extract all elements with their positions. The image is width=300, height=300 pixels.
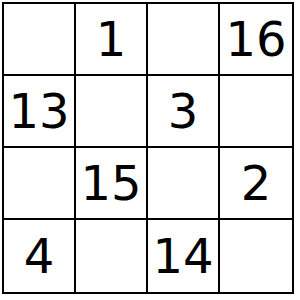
cell-r1c1[interactable]: [4, 4, 76, 76]
puzzle-board: 1 16 13 3 15 2 4 14: [2, 2, 294, 294]
cell-r4c1: 4: [4, 220, 76, 292]
cell-r4c2[interactable]: [76, 220, 148, 292]
cell-r3c1[interactable]: [4, 148, 76, 220]
cell-r3c3[interactable]: [148, 148, 220, 220]
cell-r2c2[interactable]: [76, 76, 148, 148]
cell-r4c4[interactable]: [220, 220, 292, 292]
cell-r2c1: 13: [4, 76, 76, 148]
cell-r3c2: 15: [76, 148, 148, 220]
cell-r2c3: 3: [148, 76, 220, 148]
cell-r3c4: 2: [220, 148, 292, 220]
cell-r1c4: 16: [220, 4, 292, 76]
cell-r2c4[interactable]: [220, 76, 292, 148]
cell-r4c3: 14: [148, 220, 220, 292]
cell-r1c2: 1: [76, 4, 148, 76]
cell-r1c3[interactable]: [148, 4, 220, 76]
